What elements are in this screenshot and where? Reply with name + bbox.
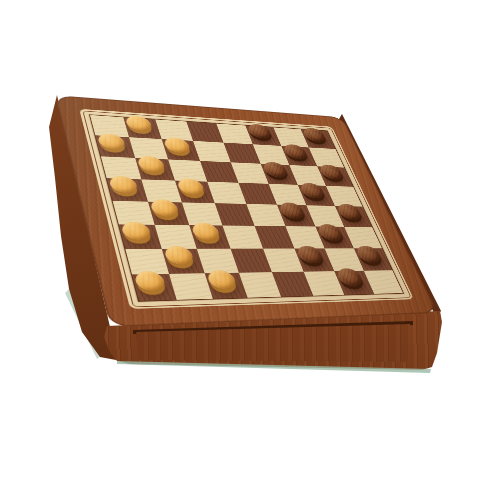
board-top-face: ⛀⛂⛂⛀⛀⛂⛀⛂⛂⛀⛀⛂⛀⛂⛂⛀⛀⛂⛀⛂⛂⛀⛀⛂ — [55, 95, 438, 327]
checkers-box-photo: ⛀⛂⛂⛀⛀⛂⛀⛂⛂⛀⛀⛂⛀⛂⛂⛀⛀⛂⛀⛂⛂⛀⛀⛂ — [0, 0, 480, 480]
